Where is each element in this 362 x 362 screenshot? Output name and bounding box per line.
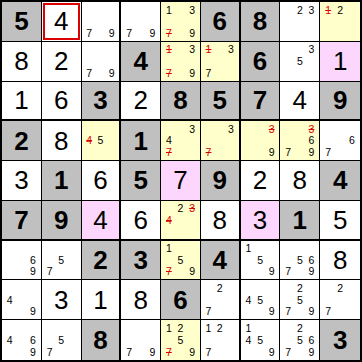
candidate-7: 7: [84, 27, 95, 39]
given-digit: 8: [253, 8, 267, 34]
given-digit: 2: [14, 128, 28, 154]
pencil-marks: 67: [322, 123, 358, 158]
cell-r5c8[interactable]: 8: [280, 161, 320, 201]
cell-r6c6[interactable]: 8: [201, 201, 241, 241]
cell-r4c1[interactable]: 2: [2, 121, 42, 161]
cell-r5c6[interactable]: 9: [201, 161, 241, 201]
cell-r3c1[interactable]: 1: [2, 82, 42, 122]
candidate-7: 7: [282, 147, 294, 159]
cell-r6c7[interactable]: 3: [241, 201, 281, 241]
candidate-5: 5: [294, 55, 306, 67]
candidate-5: 5: [294, 254, 306, 266]
eliminated-candidate-3: 3: [266, 123, 278, 135]
candidate-7: 7: [84, 67, 95, 79]
cell-r7c9[interactable]: 8: [320, 241, 360, 281]
cell-r8c5[interactable]: 6: [161, 280, 201, 320]
pencil-marks: 37: [203, 123, 237, 158]
pencil-marks: 79: [84, 4, 118, 39]
solved-digit: 7: [173, 167, 187, 193]
pencil-marks: 79: [123, 4, 158, 39]
candidate-9: 9: [147, 346, 159, 358]
candidate-2: 2: [214, 322, 225, 334]
cell-r5c7[interactable]: 2: [241, 161, 281, 201]
eliminated-candidate-3: 3: [306, 123, 318, 135]
cell-r9c5[interactable]: 12579: [161, 320, 201, 360]
solved-digit: 8: [54, 128, 68, 154]
given-digit: 5: [133, 167, 147, 193]
cell-r1c7[interactable]: 8: [241, 2, 281, 42]
candidate-7: 7: [282, 346, 294, 358]
candidate-7: 7: [123, 27, 135, 39]
candidate-9: 9: [106, 67, 117, 79]
pencil-marks: 1379: [163, 4, 198, 39]
given-digit: 9: [333, 87, 347, 113]
candidate-5: 5: [254, 254, 266, 266]
pencil-marks: 347: [163, 123, 198, 158]
eliminated-candidate-4: 4: [163, 214, 175, 225]
cell-r1c8[interactable]: 23: [280, 2, 320, 42]
candidate-2: 2: [334, 4, 346, 16]
pencil-marks: 137: [203, 44, 237, 79]
candidate-3: 3: [186, 123, 198, 135]
candidate-4: 4: [243, 294, 255, 306]
cell-r7c8[interactable]: 5679: [280, 241, 320, 281]
given-digit: 8: [173, 87, 187, 113]
candidate-9: 9: [186, 67, 198, 79]
given-digit: 6: [253, 48, 267, 74]
candidate-9: 9: [147, 27, 159, 39]
cell-r2c6[interactable]: 137: [201, 42, 241, 82]
cell-r5c5[interactable]: 7: [161, 161, 201, 201]
cell-r3c5[interactable]: 8: [161, 82, 201, 122]
given-digit: 7: [14, 207, 28, 233]
candidate-6: 6: [27, 334, 39, 346]
given-digit: 5: [213, 87, 227, 113]
candidate-6: 6: [306, 334, 318, 346]
cell-r3c7[interactable]: 7: [241, 82, 281, 122]
solved-digit: 3: [14, 167, 28, 193]
solved-digit: 2: [253, 167, 267, 193]
cell-r4c8[interactable]: 3679: [280, 121, 320, 161]
candidate-7: 7: [44, 266, 56, 278]
candidate-2: 2: [294, 282, 306, 294]
candidate-3: 3: [186, 44, 198, 56]
cell-r5c1[interactable]: 3: [2, 161, 42, 201]
candidate-4: 4: [4, 334, 16, 346]
candidate-2: 2: [175, 322, 187, 334]
cell-r6c3[interactable]: 4: [82, 201, 122, 241]
pencil-marks: 35: [282, 44, 317, 79]
candidate-4: 4: [4, 294, 16, 306]
cell-r3c8[interactable]: 4: [280, 82, 320, 122]
cell-r7c6[interactable]: 4: [201, 241, 241, 281]
candidate-9: 9: [306, 306, 318, 318]
candidate-9: 9: [106, 27, 117, 39]
solved-digit: 6: [93, 167, 107, 193]
eliminated-candidate-7: 7: [163, 67, 175, 79]
pencil-marks: 79: [84, 44, 118, 79]
candidate-1: 1: [243, 243, 255, 255]
candidate-1: 1: [163, 4, 175, 16]
candidate-9: 9: [186, 346, 198, 358]
solved-digit: 8: [14, 48, 28, 74]
cell-r1c2[interactable]: 4: [42, 2, 82, 42]
cell-r9c3[interactable]: 8: [82, 320, 122, 360]
pencil-marks: 27: [322, 282, 358, 317]
given-digit: 4: [213, 247, 227, 273]
eliminated-candidate-1: 1: [203, 44, 214, 56]
candidate-9: 9: [306, 266, 318, 278]
candidate-2: 2: [294, 322, 306, 334]
eliminated-candidate-7: 7: [203, 147, 214, 159]
solved-digit: 4: [293, 87, 307, 113]
given-digit: 3: [93, 87, 107, 113]
given-digit: 4: [133, 48, 147, 74]
candidate-9: 9: [266, 147, 278, 159]
candidate-2: 2: [294, 4, 306, 16]
candidate-9: 9: [27, 266, 39, 278]
pencil-marks: 39: [243, 123, 278, 158]
candidate-4: 4: [163, 135, 175, 147]
cell-r2c4[interactable]: 4: [121, 42, 161, 82]
cell-r9c2[interactable]: 57: [42, 320, 82, 360]
candidate-3: 3: [186, 4, 198, 16]
candidate-1: 1: [243, 322, 255, 334]
solved-digit: 3: [253, 207, 267, 233]
candidate-5: 5: [294, 334, 306, 346]
cell-r5c4[interactable]: 5: [121, 161, 161, 201]
cell-r2c9[interactable]: 1: [320, 42, 360, 82]
cell-r1c9[interactable]: 12: [320, 2, 360, 42]
solved-digit: 8: [213, 207, 227, 233]
cell-r2c5[interactable]: 1379: [161, 42, 201, 82]
candidate-6: 6: [306, 254, 318, 266]
solved-digit: 2: [133, 87, 147, 113]
candidate-3: 3: [306, 44, 318, 56]
pencil-marks: 469: [4, 322, 39, 358]
candidate-1: 1: [163, 322, 175, 334]
cell-r7c4[interactable]: 3: [121, 241, 161, 281]
pencil-marks: 127: [203, 322, 237, 358]
solved-digit: 8: [293, 167, 307, 193]
cell-r6c8[interactable]: 1: [280, 201, 320, 241]
pencil-marks: 234: [163, 203, 198, 237]
pencil-marks: 2579: [282, 282, 317, 317]
cell-r4c6[interactable]: 37: [201, 121, 241, 161]
cell-r3c6[interactable]: 5: [201, 82, 241, 122]
solved-digit: 6: [54, 87, 68, 113]
cell-r8c4[interactable]: 8: [121, 280, 161, 320]
candidate-9: 9: [186, 27, 198, 39]
eliminated-candidate-7: 7: [163, 346, 175, 358]
cell-r2c8[interactable]: 35: [280, 42, 320, 82]
cell-r7c2[interactable]: 57: [42, 241, 82, 281]
pencil-marks: 57: [44, 243, 79, 278]
solved-digit: 2: [54, 48, 68, 74]
pencil-marks: 79: [123, 322, 158, 358]
given-digit: 1: [133, 128, 147, 154]
cell-r9c1[interactable]: 469: [2, 320, 42, 360]
pencil-marks: 69: [4, 243, 39, 278]
candidate-7: 7: [123, 346, 135, 358]
candidate-5: 5: [254, 294, 266, 306]
given-digit: 6: [213, 8, 227, 34]
pencil-marks: 459: [243, 282, 278, 317]
cell-r3c9[interactable]: 9: [320, 82, 360, 122]
cell-r4c2[interactable]: 8: [42, 121, 82, 161]
candidate-6: 6: [346, 135, 358, 147]
candidate-3: 3: [306, 4, 318, 16]
pencil-marks: 1379: [163, 44, 198, 79]
pencil-marks: 159: [243, 243, 278, 278]
cell-r8c1[interactable]: 49: [2, 280, 42, 320]
pencil-marks: 25679: [282, 322, 317, 358]
candidate-9: 9: [186, 266, 198, 278]
solved-digit: 8: [333, 247, 347, 273]
solved-digit: 1: [93, 287, 107, 313]
given-digit: 3: [333, 327, 347, 353]
candidate-4: 4: [243, 334, 255, 346]
cell-r1c3[interactable]: 79: [82, 2, 122, 42]
cell-r7c5[interactable]: 1579: [161, 241, 201, 281]
eliminated-candidate-7: 7: [163, 266, 175, 278]
cell-r1c4[interactable]: 79: [121, 2, 161, 42]
given-digit: 2: [93, 247, 107, 273]
candidate-7: 7: [322, 306, 334, 318]
cell-r6c1[interactable]: 7: [2, 201, 42, 241]
cell-r4c3[interactable]: 45: [82, 121, 122, 161]
cell-r4c4[interactable]: 1: [121, 121, 161, 161]
candidate-1: 1: [163, 243, 175, 255]
eliminated-candidate-7: 7: [163, 27, 175, 39]
candidate-5: 5: [95, 135, 106, 147]
candidate-5: 5: [294, 294, 306, 306]
candidate-7: 7: [203, 346, 214, 358]
pencil-marks: 3679: [282, 123, 317, 158]
candidate-5: 5: [254, 334, 266, 346]
cell-r8c8[interactable]: 2579: [280, 280, 320, 320]
candidate-5: 5: [55, 254, 67, 266]
given-digit: 3: [133, 247, 147, 273]
pencil-marks: 57: [44, 322, 79, 358]
cell-r5c2[interactable]: 1: [42, 161, 82, 201]
sudoku-board: 5479791379682312827941379137635116328574…: [0, 0, 362, 362]
candidate-9: 9: [266, 306, 278, 318]
candidate-7: 7: [282, 306, 294, 318]
pencil-marks: 12: [322, 4, 358, 39]
given-digit: 7: [253, 87, 267, 113]
candidate-1: 1: [203, 322, 214, 334]
pencil-marks: 49: [4, 282, 39, 317]
eliminated-candidate-3: 3: [186, 203, 198, 214]
pencil-marks: 1459: [243, 322, 278, 358]
candidate-6: 6: [306, 135, 318, 147]
cell-r5c3[interactable]: 6: [82, 161, 122, 201]
candidate-7: 7: [322, 147, 334, 159]
eliminated-candidate-4: 4: [84, 135, 95, 147]
candidate-7: 7: [282, 266, 294, 278]
pencil-marks: 23: [282, 4, 317, 39]
candidate-9: 9: [306, 346, 318, 358]
cell-r6c9[interactable]: 5: [320, 201, 360, 241]
cell-r6c2[interactable]: 9: [42, 201, 82, 241]
cell-r2c3[interactable]: 79: [82, 42, 122, 82]
solved-digit: 4: [93, 207, 107, 233]
candidate-2: 2: [175, 203, 187, 214]
cell-r2c1[interactable]: 8: [2, 42, 42, 82]
given-digit: 9: [213, 167, 227, 193]
solved-digit: 1: [14, 87, 28, 113]
cell-r3c2[interactable]: 6: [42, 82, 82, 122]
pencil-marks: 45: [84, 123, 118, 158]
candidate-5: 5: [55, 334, 67, 346]
cell-r7c7[interactable]: 159: [241, 241, 281, 281]
cell-r9c6[interactable]: 127: [201, 320, 241, 360]
cell-r8c9[interactable]: 27: [320, 280, 360, 320]
cell-r9c8[interactable]: 25679: [280, 320, 320, 360]
cell-r9c9[interactable]: 3: [320, 320, 360, 360]
given-digit: 1: [293, 207, 307, 233]
candidate-7: 7: [203, 67, 214, 79]
cell-r9c4[interactable]: 79: [121, 320, 161, 360]
eliminated-candidate-1: 1: [322, 4, 334, 16]
solved-digit: 3: [54, 287, 68, 313]
cell-r4c5[interactable]: 347: [161, 121, 201, 161]
candidate-5: 5: [175, 334, 187, 346]
cell-r7c1[interactable]: 69: [2, 241, 42, 281]
cell-r7c3[interactable]: 2: [82, 241, 122, 281]
eliminated-candidate-1: 1: [163, 44, 175, 56]
solved-digit: 5: [333, 207, 347, 233]
candidate-2: 2: [214, 282, 225, 294]
given-digit: 5: [14, 8, 28, 34]
candidate-9: 9: [27, 306, 39, 318]
pencil-marks: 12579: [163, 322, 198, 358]
solved-digit: 4: [54, 8, 68, 34]
cell-r3c3[interactable]: 3: [82, 82, 122, 122]
candidate-7: 7: [44, 346, 56, 358]
candidate-7: 7: [203, 306, 214, 318]
cell-r8c3[interactable]: 1: [82, 280, 122, 320]
eliminated-candidate-7: 7: [163, 147, 175, 159]
cell-r5c9[interactable]: 4: [320, 161, 360, 201]
given-digit: 6: [173, 287, 187, 313]
cell-r1c6[interactable]: 6: [201, 2, 241, 42]
candidate-6: 6: [27, 254, 39, 266]
cell-r6c5[interactable]: 234: [161, 201, 201, 241]
cell-r4c7[interactable]: 39: [241, 121, 281, 161]
candidate-9: 9: [266, 266, 278, 278]
given-digit: 4: [333, 167, 347, 193]
candidate-9: 9: [27, 346, 39, 358]
solved-digit: 1: [333, 48, 347, 74]
candidate-3: 3: [225, 123, 236, 135]
candidate-5: 5: [175, 254, 187, 266]
candidate-9: 9: [306, 147, 318, 159]
cell-r1c1[interactable]: 5: [2, 2, 42, 42]
cell-r3c4[interactable]: 2: [121, 82, 161, 122]
candidate-2: 2: [334, 282, 346, 294]
cell-r2c2[interactable]: 2: [42, 42, 82, 82]
pencil-marks: 5679: [282, 243, 317, 278]
candidate-9: 9: [266, 346, 278, 358]
pencil-marks: 1579: [163, 243, 198, 278]
given-digit: 9: [54, 207, 68, 233]
candidate-3: 3: [225, 44, 236, 56]
solved-digit: 6: [133, 207, 147, 233]
cell-r2c7[interactable]: 6: [241, 42, 281, 82]
pencil-marks: 27: [203, 282, 237, 317]
cell-r8c6[interactable]: 27: [201, 280, 241, 320]
cell-r6c4[interactable]: 6: [121, 201, 161, 241]
given-digit: 8: [93, 327, 107, 353]
solved-digit: 8: [133, 287, 147, 313]
cell-r4c9[interactable]: 67: [320, 121, 360, 161]
cell-r8c2[interactable]: 3: [42, 280, 82, 320]
cell-r9c7[interactable]: 1459: [241, 320, 281, 360]
cell-r8c7[interactable]: 459: [241, 280, 281, 320]
given-digit: 1: [54, 167, 68, 193]
cell-r1c5[interactable]: 1379: [161, 2, 201, 42]
